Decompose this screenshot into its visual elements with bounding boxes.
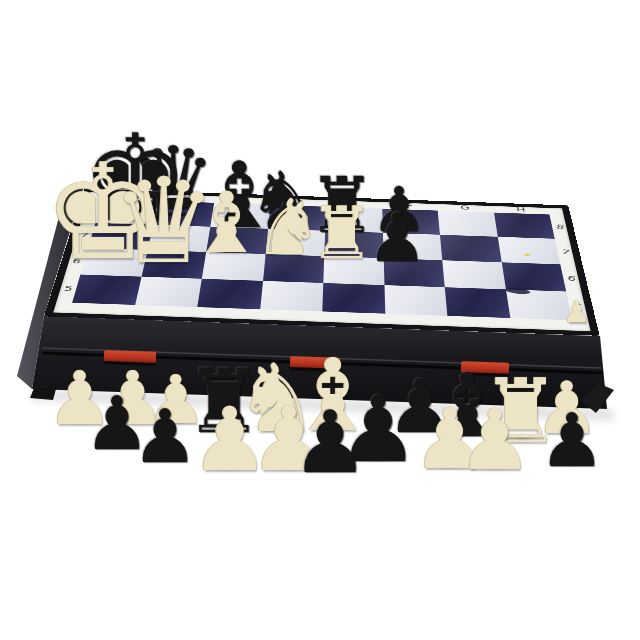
scene: ABCDEFGH 8765 8765 ♚♛♝♞♜♟♚♛♝♞♜♟♟♟♟♟♟♟♜♟♞… — [0, 0, 640, 640]
latch-right — [461, 361, 509, 377]
latch-left — [104, 350, 156, 366]
chess-box — [0, 0, 640, 640]
box-foot-left — [30, 388, 56, 400]
latch-middle — [290, 356, 340, 372]
